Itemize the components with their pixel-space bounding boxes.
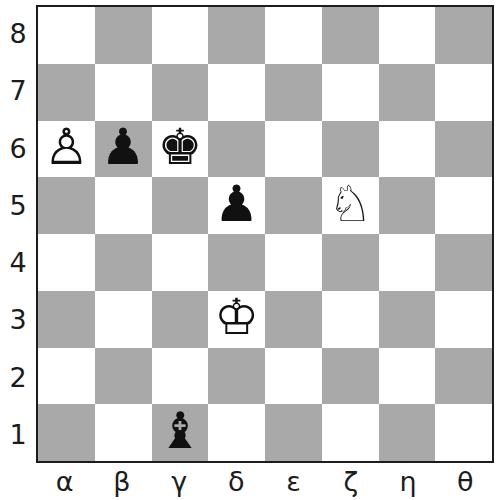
square-ζ7[interactable] (322, 64, 379, 121)
square-ε5[interactable] (265, 177, 322, 234)
square-ε4[interactable] (265, 234, 322, 291)
square-ζ2[interactable] (322, 348, 379, 405)
rank-label-7: 7 (0, 62, 36, 119)
square-ε3[interactable] (265, 291, 322, 348)
square-ε8[interactable] (265, 7, 322, 64)
square-β6[interactable]: ♟ (95, 121, 152, 178)
square-ε6[interactable] (265, 121, 322, 178)
square-β4[interactable] (95, 234, 152, 291)
file-label-δ: δ (208, 463, 265, 500)
file-label-γ: γ (151, 463, 208, 500)
square-ε2[interactable] (265, 348, 322, 405)
square-β1[interactable] (95, 404, 152, 461)
square-α6[interactable]: ♙ (38, 121, 95, 178)
file-labels: αβγδεζηθ (36, 463, 494, 500)
square-γ5[interactable] (152, 177, 209, 234)
square-β3[interactable] (95, 291, 152, 348)
square-β2[interactable] (95, 348, 152, 405)
square-γ1[interactable]: ♝ (152, 404, 209, 461)
file-label-η: η (380, 463, 437, 500)
square-α3[interactable] (38, 291, 95, 348)
square-ζ8[interactable] (322, 7, 379, 64)
rank-label-6: 6 (0, 120, 36, 177)
square-β7[interactable] (95, 64, 152, 121)
square-ζ5[interactable]: ♘ (322, 177, 379, 234)
file-label-ζ: ζ (322, 463, 379, 500)
square-δ8[interactable] (208, 7, 265, 64)
rank-label-2: 2 (0, 349, 36, 406)
square-γ7[interactable] (152, 64, 209, 121)
square-η5[interactable] (379, 177, 436, 234)
square-θ2[interactable] (435, 348, 492, 405)
square-η7[interactable] (379, 64, 436, 121)
square-α7[interactable] (38, 64, 95, 121)
square-ζ4[interactable] (322, 234, 379, 291)
rank-label-1: 1 (0, 406, 36, 463)
square-η4[interactable] (379, 234, 436, 291)
file-label-θ: θ (437, 463, 494, 500)
square-α4[interactable] (38, 234, 95, 291)
black-king-piece[interactable]: ♚ (157, 122, 202, 172)
square-θ5[interactable] (435, 177, 492, 234)
square-δ1[interactable] (208, 404, 265, 461)
square-ζ3[interactable] (322, 291, 379, 348)
square-α8[interactable] (38, 7, 95, 64)
square-α1[interactable] (38, 404, 95, 461)
square-γ2[interactable] (152, 348, 209, 405)
square-η3[interactable] (379, 291, 436, 348)
white-pawn-piece[interactable]: ♙ (44, 122, 89, 172)
square-θ7[interactable] (435, 64, 492, 121)
square-η1[interactable] (379, 404, 436, 461)
rank-label-5: 5 (0, 177, 36, 234)
square-ζ1[interactable] (322, 404, 379, 461)
square-ε1[interactable] (265, 404, 322, 461)
white-knight-piece[interactable]: ♘ (328, 179, 373, 229)
square-γ3[interactable] (152, 291, 209, 348)
white-king-piece[interactable]: ♔ (214, 292, 259, 342)
square-δ3[interactable]: ♔ (208, 291, 265, 348)
square-δ2[interactable] (208, 348, 265, 405)
square-β8[interactable] (95, 7, 152, 64)
square-γ4[interactable] (152, 234, 209, 291)
square-α2[interactable] (38, 348, 95, 405)
file-label-β: β (93, 463, 150, 500)
square-θ6[interactable] (435, 121, 492, 178)
square-η2[interactable] (379, 348, 436, 405)
square-β5[interactable] (95, 177, 152, 234)
black-pawn-piece[interactable]: ♟ (101, 122, 146, 172)
square-θ1[interactable] (435, 404, 492, 461)
file-label-ε: ε (265, 463, 322, 500)
chess-diagram: 87654321 ♙♟♚♟♘♔♝ αβγδεζηθ (0, 0, 500, 500)
square-η6[interactable] (379, 121, 436, 178)
square-γ6[interactable]: ♚ (152, 121, 209, 178)
square-α5[interactable] (38, 177, 95, 234)
rank-label-3: 3 (0, 291, 36, 348)
square-θ3[interactable] (435, 291, 492, 348)
file-label-α: α (36, 463, 93, 500)
square-δ6[interactable] (208, 121, 265, 178)
black-pawn-piece[interactable]: ♟ (214, 179, 259, 229)
square-ε7[interactable] (265, 64, 322, 121)
square-ζ6[interactable] (322, 121, 379, 178)
square-δ5[interactable]: ♟ (208, 177, 265, 234)
square-δ7[interactable] (208, 64, 265, 121)
rank-labels: 87654321 (0, 5, 36, 463)
rank-label-4: 4 (0, 234, 36, 291)
square-η8[interactable] (379, 7, 436, 64)
chess-board[interactable]: ♙♟♚♟♘♔♝ (36, 5, 494, 463)
square-γ8[interactable] (152, 7, 209, 64)
black-bishop-piece[interactable]: ♝ (157, 406, 202, 456)
square-θ4[interactable] (435, 234, 492, 291)
square-δ4[interactable] (208, 234, 265, 291)
rank-label-8: 8 (0, 5, 36, 62)
square-θ8[interactable] (435, 7, 492, 64)
